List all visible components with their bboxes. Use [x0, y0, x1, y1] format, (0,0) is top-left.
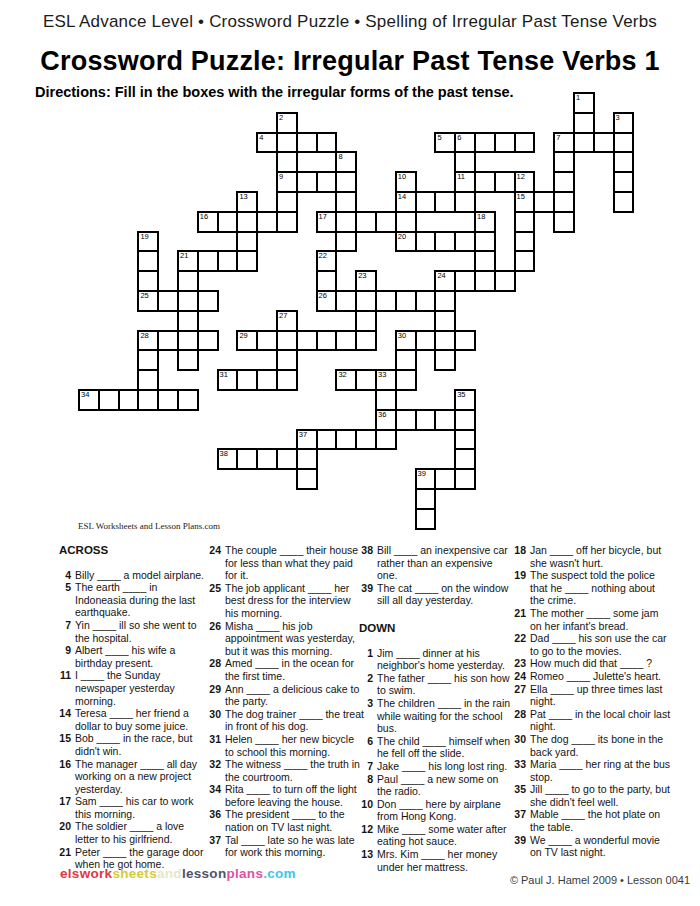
grid-cell-r5c19[interactable] — [454, 191, 476, 213]
cell-number-9: 9 — [279, 173, 283, 181]
clue-number: 11 — [57, 669, 71, 682]
across-clue-36: 36The president ____ to the nation on TV… — [205, 808, 365, 833]
page-title: Crossword Puzzle: Irregular Past Tense V… — [0, 46, 700, 77]
grid-cell-r12c13[interactable] — [335, 330, 357, 352]
grid-cell-r4c16[interactable]: 10 — [395, 171, 417, 193]
grid-cell-r12c6[interactable] — [197, 330, 219, 352]
grid-cell-r7c22[interactable] — [514, 231, 536, 253]
grid-cell-r14c10[interactable] — [276, 369, 298, 391]
clue-number: 28 — [205, 657, 221, 670]
clue-text: The couple ____ their house for less tha… — [225, 544, 365, 582]
grid-cell-r4c24[interactable] — [553, 171, 575, 193]
grid-cell-r2c10[interactable] — [276, 132, 298, 154]
grid-cell-r17c13[interactable] — [335, 429, 357, 451]
clue-number: 26 — [205, 620, 221, 633]
across-header: ACROSS — [57, 544, 204, 557]
grid-cell-r2c18[interactable]: 5 — [434, 132, 456, 154]
clue-text: The children ____ in the rain while wait… — [377, 697, 514, 735]
clue-text: Don ____ here by airplane from Hong Kong… — [377, 798, 514, 823]
clue-number: 12 — [357, 823, 373, 836]
grid-cell-r6c12[interactable]: 17 — [316, 211, 338, 233]
clue-text: Bob ____ in the race, but didn't win. — [75, 732, 204, 757]
clue-text: Sam ____ his car to work this morning. — [75, 795, 204, 820]
grid-cell-r7c17[interactable] — [415, 231, 437, 253]
grid-cell-r19c17[interactable]: 39 — [415, 468, 437, 490]
grid-cell-r15c2[interactable] — [118, 389, 140, 411]
across-clue-30: 30The dog trainer ____ the treat in fron… — [205, 708, 365, 733]
cell-number-32: 32 — [338, 371, 346, 379]
grid-cell-r15c1[interactable] — [98, 389, 120, 411]
clue-text: Pat ____ in the local choir last night. — [530, 708, 672, 733]
grid-cell-r6c9[interactable] — [256, 211, 278, 233]
across-clue-31: 31Helen ____ her new bicycle to school t… — [205, 733, 365, 758]
clue-number: 37 — [510, 808, 526, 821]
clue-number: 9 — [57, 644, 71, 657]
clue-text: Bill ____ an inexpensive car rather than… — [377, 544, 514, 582]
grid-cell-r19c18[interactable] — [434, 468, 456, 490]
grid-cell-r21c17[interactable] — [415, 508, 437, 530]
down-clue-18: 18Jan ____ off her bicycle, but she wasn… — [510, 544, 672, 569]
grid-cell-r14c14[interactable] — [355, 369, 377, 391]
grid-cell-r5c23[interactable] — [533, 191, 555, 213]
clue-number: 30 — [510, 733, 526, 746]
across-clue-29: 29Ann ____ a delicious cake to the party… — [205, 683, 365, 708]
grid-cell-r4c21[interactable] — [494, 171, 516, 193]
grid-cell-r14c15[interactable]: 33 — [375, 369, 397, 391]
clue-column-1: ACROSS4Billy ____ a model airplane.5The … — [57, 544, 204, 871]
cell-number-3: 3 — [616, 114, 620, 122]
grid-cell-r10c16[interactable] — [395, 290, 417, 312]
grid-cell-r15c3[interactable] — [137, 389, 159, 411]
grid-cell-r8c7[interactable] — [217, 250, 239, 272]
grid-cell-r18c10[interactable] — [276, 448, 298, 470]
across-clue-7: 7Yin ____ ill so she went to the hospita… — [57, 619, 204, 644]
grid-cell-r12c9[interactable] — [256, 330, 278, 352]
clue-number: 1 — [357, 647, 373, 660]
grid-cell-r7c8[interactable] — [236, 231, 258, 253]
grid-cell-r5c17[interactable] — [415, 191, 437, 213]
cell-number-15: 15 — [517, 193, 525, 201]
grid-cell-r9c5[interactable] — [177, 270, 199, 292]
grid-cell-r13c16[interactable] — [395, 349, 417, 371]
grid-cell-r19c11[interactable] — [296, 468, 318, 490]
grid-cell-r2c24[interactable]: 7 — [553, 132, 575, 154]
grid-cell-r10c18[interactable] — [434, 290, 456, 312]
clue-text: Dad ____ his son use the car to go to th… — [530, 632, 672, 657]
clue-number: 5 — [57, 581, 71, 594]
grid-cell-r2c9[interactable]: 4 — [256, 132, 278, 154]
grid-cell-r6c13[interactable] — [335, 211, 357, 233]
grid-cell-r4c10[interactable]: 9 — [276, 171, 298, 193]
grid-cell-r11c14[interactable] — [355, 310, 377, 332]
grid-cell-r12c11[interactable] — [296, 330, 318, 352]
down-clue-6: 6The child ____ himself when he fell off… — [357, 735, 514, 760]
cell-number-1: 1 — [576, 94, 580, 102]
grid-cell-r12c4[interactable] — [157, 330, 179, 352]
cell-number-17: 17 — [319, 213, 327, 221]
grid-cell-r2c22[interactable] — [514, 132, 536, 154]
down-clue-39: 39We ____ a wonderful movie on TV last n… — [510, 834, 672, 859]
grid-cell-r10c15[interactable] — [375, 290, 397, 312]
across-clue-38: 38Bill ____ an inexpensive car rather th… — [357, 544, 514, 582]
clue-number: 38 — [357, 544, 373, 557]
grid-cell-r7c19[interactable] — [454, 231, 476, 253]
grid-cell-r1c25[interactable] — [573, 112, 595, 134]
grid-cell-r4c22[interactable]: 12 — [514, 171, 536, 193]
grid-cell-r18c9[interactable] — [256, 448, 278, 470]
grid-cell-r9c18[interactable]: 24 — [434, 270, 456, 292]
across-clue-15: 15Bob ____ in the race, but didn't win. — [57, 732, 204, 757]
grid-cell-r18c11[interactable] — [296, 448, 318, 470]
down-clue-8: 8Paul ____ a new some on the radio. — [357, 773, 514, 798]
clue-text: Amed ____ in the ocean for the first tim… — [225, 657, 365, 682]
grid-cell-r13c3[interactable] — [137, 349, 159, 371]
cell-number-6: 6 — [457, 134, 461, 142]
clue-number: 4 — [57, 569, 71, 582]
down-clue-1: 1Jim ____ dinner at his neighbor's home … — [357, 647, 514, 672]
clue-text: Albert ____ his wife a birthday present. — [75, 644, 204, 669]
site-footer-segment-2: and — [157, 866, 182, 881]
down-clue-21: 21The mother ____ some jam on her infant… — [510, 607, 672, 632]
grid-cell-r9c20[interactable] — [474, 270, 496, 292]
grid-cell-r4c11[interactable] — [296, 171, 318, 193]
grid-cell-r3c13[interactable]: 8 — [335, 151, 357, 173]
grid-cell-r4c13[interactable] — [335, 171, 357, 193]
grid-cell-r12c12[interactable] — [316, 330, 338, 352]
across-clue-37: 37Tal ____ late so he was late for work … — [205, 834, 365, 859]
cell-number-37: 37 — [299, 431, 307, 439]
grid-cell-r15c5[interactable] — [177, 389, 199, 411]
grid-cell-r7c18[interactable] — [434, 231, 456, 253]
grid-cell-r7c3[interactable]: 19 — [137, 231, 159, 253]
down-clue-19: 19The suspect told the police that he __… — [510, 569, 672, 607]
grid-cell-r16c15[interactable]: 36 — [375, 409, 397, 431]
grid-cell-r12c3[interactable]: 28 — [137, 330, 159, 352]
grid-cell-r2c26[interactable] — [593, 132, 615, 154]
cell-number-21: 21 — [180, 252, 188, 260]
grid-cell-r7c13[interactable] — [335, 231, 357, 253]
grid-cell-r3c10[interactable] — [276, 151, 298, 173]
clue-text: The witness ____ the truth in the courtr… — [225, 758, 365, 783]
grid-cell-r3c19[interactable] — [454, 151, 476, 173]
cell-number-28: 28 — [140, 332, 148, 340]
across-clue-39: 39The cat ____ on the window sill all da… — [357, 582, 514, 607]
across-clue-24: 24The couple ____ their house for less t… — [205, 544, 365, 582]
grid-cell-r10c17[interactable] — [415, 290, 437, 312]
across-clue-4: 4Billy ____ a model airplane. — [57, 569, 204, 582]
grid-cell-r6c8[interactable] — [236, 211, 258, 233]
grid-cell-r4c12[interactable] — [316, 171, 338, 193]
site-footer-segment-4: plans — [226, 866, 263, 881]
cell-number-4: 4 — [259, 134, 263, 142]
site-footer-segment-0: elswork — [60, 866, 112, 881]
cell-number-20: 20 — [398, 233, 406, 241]
copyright-text: © Paul J. Hamel 2009 • Lesson 0041 — [510, 874, 690, 886]
site-footer-segment-5: .com — [263, 866, 296, 881]
clue-text: How much did that ____ ? — [530, 657, 672, 670]
across-clue-9: 9Albert ____ his wife a birthday present… — [57, 644, 204, 669]
grid-cell-r5c16[interactable]: 14 — [395, 191, 417, 213]
grid-cell-r8c3[interactable] — [137, 250, 159, 272]
clue-text: The soldier ____ a love letter to his gi… — [75, 820, 204, 845]
grid-cell-r5c13[interactable] — [335, 191, 357, 213]
grid-cell-r2c12[interactable] — [316, 132, 338, 154]
clue-text: The job applicant ____ her best dress fo… — [225, 582, 365, 620]
grid-cell-r2c11[interactable] — [296, 132, 318, 154]
grid-cell-r17c12[interactable] — [316, 429, 338, 451]
grid-cell-r6c6[interactable]: 16 — [197, 211, 219, 233]
clue-text: Mike ____ some water after eating hot sa… — [377, 823, 514, 848]
clue-number: 13 — [357, 848, 373, 861]
clue-number: 3 — [357, 697, 373, 710]
grid-cell-r13c5[interactable] — [177, 349, 199, 371]
grid-cell-r8c8[interactable] — [236, 250, 258, 272]
grid-cell-r12c8[interactable]: 29 — [236, 330, 258, 352]
grid-cell-r2c27[interactable] — [613, 132, 635, 154]
across-clue-20: 20The soldier ____ a love letter to his … — [57, 820, 204, 845]
clue-text: We ____ a wonderful movie on TV last nig… — [530, 834, 672, 859]
grid-cell-r12c10[interactable] — [276, 330, 298, 352]
across-clue-28: 28Amed ____ in the ocean for the first t… — [205, 657, 365, 682]
grid-cell-r6c24[interactable] — [553, 211, 575, 233]
clue-number: 8 — [357, 773, 373, 786]
clue-number: 24 — [205, 544, 221, 557]
grid-cell-r17c19[interactable] — [454, 429, 476, 451]
grid-cell-r1c10[interactable]: 2 — [276, 112, 298, 134]
grid-cell-r4c19[interactable]: 11 — [454, 171, 476, 193]
grid-cell-r10c14[interactable] — [355, 290, 377, 312]
grid-cell-r16c18[interactable] — [434, 409, 456, 431]
grid-cell-r12c19[interactable] — [454, 330, 476, 352]
cell-number-25: 25 — [140, 292, 148, 300]
grid-cell-r14c3[interactable] — [137, 369, 159, 391]
clue-number: 18 — [510, 544, 526, 557]
grid-cell-r2c21[interactable] — [494, 132, 516, 154]
cell-number-29: 29 — [239, 332, 247, 340]
grid-cell-r8c6[interactable] — [197, 250, 219, 272]
grid-cell-r4c27[interactable] — [613, 171, 635, 193]
clue-number: 30 — [205, 708, 221, 721]
grid-cell-r10c5[interactable] — [177, 290, 199, 312]
clue-text: Mable ____ the hot plate on the table. — [530, 808, 672, 833]
down-clue-10: 10Don ____ here by airplane from Hong Ko… — [357, 798, 514, 823]
clue-number: 6 — [357, 735, 373, 748]
across-clue-32: 32The witness ____ the truth in the cour… — [205, 758, 365, 783]
grid-cell-r12c17[interactable] — [415, 330, 437, 352]
grid-cell-r13c18[interactable] — [434, 349, 456, 371]
cell-number-23: 23 — [358, 272, 366, 280]
grid-cell-r2c25[interactable] — [573, 132, 595, 154]
grid-cell-r11c18[interactable] — [434, 310, 456, 332]
grid-cell-r1c27[interactable]: 3 — [613, 112, 635, 134]
grid-cell-r13c10[interactable] — [276, 349, 298, 371]
site-footer: elsworksheetsandlessonplans.com — [60, 866, 296, 881]
grid-cell-r3c27[interactable] — [613, 151, 635, 173]
down-clue-35: 35Jill ____ to go to the party, but she … — [510, 783, 672, 808]
grid-cell-r6c7[interactable] — [217, 211, 239, 233]
grid-cell-r6c16[interactable] — [395, 211, 417, 233]
grid-cell-r12c18[interactable] — [434, 330, 456, 352]
grid-cell-r8c22[interactable] — [514, 250, 536, 272]
worksheet-page: ESL Advance Level • Crossword Puzzle • S… — [0, 0, 700, 906]
grid-cell-r8c20[interactable] — [474, 250, 496, 272]
clue-number: 2 — [357, 672, 373, 685]
grid-cell-r15c0[interactable]: 34 — [78, 389, 100, 411]
clue-text: The suspect told the police that he ____… — [530, 569, 672, 607]
clue-text: Paul ____ a new some on the radio. — [377, 773, 514, 798]
grid-cell-r15c4[interactable] — [157, 389, 179, 411]
cell-number-31: 31 — [220, 371, 228, 379]
cell-number-26: 26 — [319, 292, 327, 300]
clue-text: The mother ____ some jam on her infant's… — [530, 607, 672, 632]
cell-number-38: 38 — [220, 450, 228, 458]
grid-cell-r6c15[interactable] — [375, 211, 397, 233]
clue-text: The dog ____ its bone in the back yard. — [530, 733, 672, 758]
grid-cell-r8c5[interactable]: 21 — [177, 250, 199, 272]
clue-number: 21 — [510, 607, 526, 620]
grid-cell-r5c24[interactable] — [553, 191, 575, 213]
cell-number-13: 13 — [239, 193, 247, 201]
clue-text: Jill ____ to go to the party, but she di… — [530, 783, 672, 808]
clue-text: Misha ____ his job appointment was yeste… — [225, 620, 365, 658]
across-clue-34: 34Rita ____ to turn off the light before… — [205, 783, 365, 808]
grid-cell-r17c11[interactable]: 37 — [296, 429, 318, 451]
grid-cell-r10c4[interactable] — [157, 290, 179, 312]
grid-cell-r7c16[interactable]: 20 — [395, 231, 417, 253]
grid-cell-r14c7[interactable]: 31 — [217, 369, 239, 391]
grid-cell-r20c17[interactable] — [415, 488, 437, 510]
cell-number-39: 39 — [418, 470, 426, 478]
clue-text: Jim ____ dinner at his neighbor's home y… — [377, 647, 514, 672]
clue-text: Jan ____ off her bicycle, but she wasn't… — [530, 544, 672, 569]
clue-text: Rita ____ to turn off the light before l… — [225, 783, 365, 808]
clue-text: Maria ____ her ring at the bus stop. — [530, 758, 672, 783]
grid-cell-r9c21[interactable] — [494, 270, 516, 292]
cell-number-22: 22 — [319, 252, 327, 260]
clue-number: 31 — [205, 733, 221, 746]
clue-text: Tal ____ late so he was late for work th… — [225, 834, 365, 859]
grid-cell-r16c17[interactable] — [415, 409, 437, 431]
grid-cell-r14c16[interactable] — [395, 369, 417, 391]
grid-cell-r10c3[interactable]: 25 — [137, 290, 159, 312]
clue-text: The father ____ his son how to swim. — [377, 672, 514, 697]
grid-cell-r11c5[interactable] — [177, 310, 199, 332]
grid-cell-r5c10[interactable] — [276, 191, 298, 213]
grid-cell-r9c12[interactable] — [316, 270, 338, 292]
across-clue-17: 17Sam ____ his car to work this morning. — [57, 795, 204, 820]
cell-number-8: 8 — [338, 153, 342, 161]
clue-text: The earth ____ in Indoneasia during the … — [75, 581, 204, 619]
grid-cell-r3c24[interactable] — [553, 151, 575, 173]
grid-cell-r6c22[interactable] — [514, 211, 536, 233]
clue-column-3: 38Bill ____ an inexpensive car rather th… — [357, 544, 514, 873]
clue-text: Ella ____ up three times last night. — [530, 683, 672, 708]
clue-text: The president ____ to the nation on TV l… — [225, 808, 365, 833]
grid-cell-r14c8[interactable] — [236, 369, 258, 391]
grid-cell-r11c10[interactable]: 27 — [276, 310, 298, 332]
down-clue-37: 37Mable ____ the hot plate on the table. — [510, 808, 672, 833]
clue-text: The cat ____ on the window sill all day … — [377, 582, 514, 607]
clue-column-4: 18Jan ____ off her bicycle, but she wasn… — [510, 544, 672, 859]
grid-cell-r12c5[interactable] — [177, 330, 199, 352]
grid-cell-r16c16[interactable] — [395, 409, 417, 431]
grid-cell-r19c19[interactable] — [454, 468, 476, 490]
grid-cell-r10c6[interactable] — [197, 290, 219, 312]
clue-number: 15 — [57, 732, 71, 745]
cell-number-24: 24 — [437, 272, 445, 280]
clue-text: Jake ____ his long lost ring. — [377, 760, 514, 773]
grid-cell-r17c14[interactable] — [355, 429, 377, 451]
grid-cell-r18c19[interactable] — [454, 448, 476, 470]
down-clue-3: 3The children ____ in the rain while wai… — [357, 697, 514, 735]
grid-cell-r14c13[interactable]: 32 — [335, 369, 357, 391]
grid-cell-r15c19[interactable]: 35 — [454, 389, 476, 411]
grid-cell-r9c3[interactable] — [137, 270, 159, 292]
clue-text: The manager ____ all day working on a ne… — [75, 758, 204, 796]
grid-cell-r4c20[interactable] — [474, 171, 496, 193]
down-clue-7: 7Jake ____ his long lost ring. — [357, 760, 514, 773]
grid-cell-r5c27[interactable] — [613, 191, 635, 213]
grid-cell-r12c14[interactable] — [355, 330, 377, 352]
clue-column-2: 24The couple ____ their house for less t… — [205, 544, 365, 859]
cell-number-16: 16 — [200, 213, 208, 221]
grid-cell-r10c12[interactable]: 26 — [316, 290, 338, 312]
across-clue-14: 14Teresa ____ her friend a dollar to buy… — [57, 707, 204, 732]
grid-cell-r9c19[interactable] — [454, 270, 476, 292]
clue-number: 33 — [510, 758, 526, 771]
cell-number-12: 12 — [517, 173, 525, 181]
clue-text: Teresa ____ her friend a dollar to buy s… — [75, 707, 204, 732]
grid-cell-r6c14[interactable] — [355, 211, 377, 233]
grid-cell-r5c22[interactable]: 15 — [514, 191, 536, 213]
cell-number-5: 5 — [437, 134, 441, 142]
across-clue-5: 5The earth ____ in Indoneasia during the… — [57, 581, 204, 619]
grid-cell-r5c8[interactable]: 13 — [236, 191, 258, 213]
grid-cell-r8c12[interactable]: 22 — [316, 250, 338, 272]
clue-number: 36 — [205, 808, 221, 821]
grid-cell-r15c15[interactable] — [375, 389, 397, 411]
clue-number: 34 — [205, 783, 221, 796]
clue-text: Romeo ____ Julette's heart. — [530, 670, 672, 683]
cell-number-27: 27 — [279, 312, 287, 320]
grid-cell-r9c14[interactable]: 23 — [355, 270, 377, 292]
grid-cell-r10c13[interactable] — [335, 290, 357, 312]
clue-number: 21 — [57, 846, 71, 859]
grid-cell-r12c16[interactable]: 30 — [395, 330, 417, 352]
grid-cell-r6c10[interactable] — [276, 211, 298, 233]
grid-cell-r17c15[interactable] — [375, 429, 397, 451]
worksheet-subtitle: ESL Advance Level • Crossword Puzzle • S… — [0, 12, 700, 32]
clue-number: 20 — [57, 820, 71, 833]
clue-number: 39 — [510, 834, 526, 847]
grid-cell-r18c8[interactable] — [236, 448, 258, 470]
down-clue-27: 27Ella ____ up three times last night. — [510, 683, 672, 708]
cell-number-35: 35 — [457, 391, 465, 399]
clue-text: Mrs. Kim ____ her money under her mattre… — [377, 848, 514, 873]
grid-cell-r6c20[interactable]: 18 — [474, 211, 496, 233]
grid-cell-r5c18[interactable] — [434, 191, 456, 213]
grid-cell-r14c9[interactable] — [256, 369, 278, 391]
down-header: DOWN — [357, 622, 514, 635]
clue-number: 28 — [510, 708, 526, 721]
grid-cell-r16c19[interactable] — [454, 409, 476, 431]
clue-number: 16 — [57, 758, 71, 771]
grid-cell-r18c7[interactable]: 38 — [217, 448, 239, 470]
grid-cell-r2c19[interactable]: 6 — [454, 132, 476, 154]
grid-cell-r7c20[interactable] — [474, 231, 496, 253]
grid-cell-r0c25[interactable]: 1 — [573, 92, 595, 114]
grid-cell-r2c20[interactable] — [474, 132, 496, 154]
